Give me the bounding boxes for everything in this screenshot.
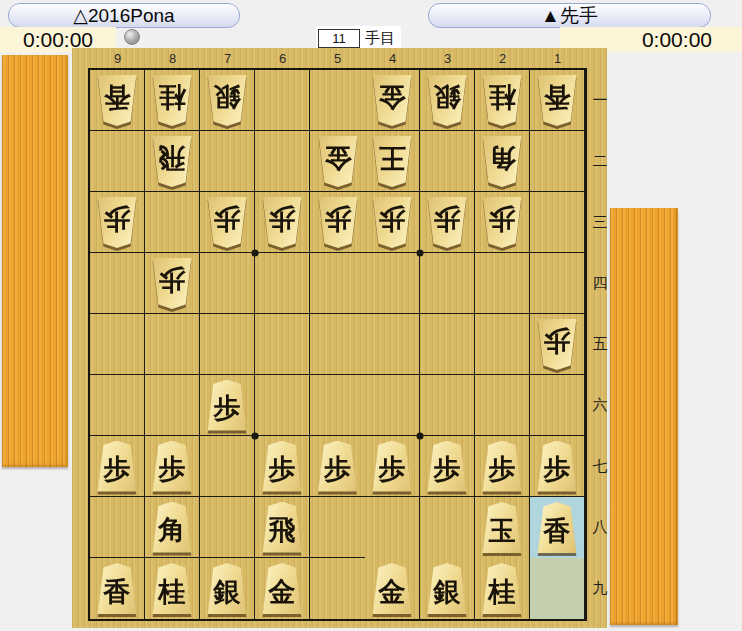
file-label-5: 5 xyxy=(310,51,365,66)
square-8-9[interactable]: 桂 xyxy=(145,558,200,619)
piece-body: 香 xyxy=(535,502,579,553)
piece-kanji: 歩 xyxy=(214,205,241,232)
piece-body: 角 xyxy=(150,502,194,553)
piece-body: 歩 xyxy=(205,197,249,248)
square-9-3[interactable]: 歩 xyxy=(90,192,145,253)
gote-piece-銀[interactable]: 銀 xyxy=(425,75,469,126)
move-counter-bar: 11 手目 xyxy=(316,26,401,50)
square-4-8[interactable] xyxy=(365,497,420,558)
piece-kanji: 桂 xyxy=(159,83,186,110)
square-4-4[interactable] xyxy=(365,253,420,314)
piece-kanji: 歩 xyxy=(269,456,296,483)
piece-body: 歩 xyxy=(260,441,304,492)
piece-body: 金 xyxy=(370,563,414,614)
square-7-7[interactable] xyxy=(200,436,255,497)
piece-body: 歩 xyxy=(480,441,524,492)
piece-body: 歩 xyxy=(480,197,524,248)
piece-kanji: 飛 xyxy=(159,144,186,171)
piece-kanji: 歩 xyxy=(434,456,461,483)
square-1-5[interactable]: 歩 xyxy=(530,314,585,375)
piece-body: 歩 xyxy=(425,197,469,248)
square-5-7[interactable]: 歩 xyxy=(310,436,365,497)
sente-piece-歩[interactable]: 歩 xyxy=(150,441,194,492)
piece-body: 歩 xyxy=(316,441,360,492)
piece-kanji: 歩 xyxy=(489,205,516,232)
square-3-6[interactable] xyxy=(420,375,475,436)
rank-label-4: 四 xyxy=(591,253,609,314)
sente-player-name: ▲先手 xyxy=(541,3,598,29)
rank-label-6: 六 xyxy=(591,375,609,436)
square-5-5[interactable] xyxy=(310,314,365,375)
square-2-9[interactable]: 桂 xyxy=(475,558,530,619)
piece-kanji: 歩 xyxy=(104,456,131,483)
square-4-1[interactable]: 金 xyxy=(365,70,420,131)
piece-kanji: 香 xyxy=(544,83,571,110)
square-3-4[interactable] xyxy=(420,253,475,314)
piece-kanji: 香 xyxy=(104,579,131,606)
gote-piece-歩[interactable]: 歩 xyxy=(205,197,249,248)
square-4-2[interactable]: 王 xyxy=(365,131,420,192)
square-9-9[interactable]: 香 xyxy=(90,558,145,619)
square-8-3[interactable] xyxy=(145,192,200,253)
square-6-2[interactable] xyxy=(255,131,310,192)
file-label-2: 2 xyxy=(475,51,530,66)
square-2-4[interactable] xyxy=(475,253,530,314)
piece-kanji: 歩 xyxy=(379,456,406,483)
square-1-7[interactable]: 歩 xyxy=(530,436,585,497)
piece-body: 歩 xyxy=(316,197,360,248)
gote-piece-香[interactable]: 香 xyxy=(535,75,579,126)
square-2-2[interactable]: 角 xyxy=(475,131,530,192)
piece-kanji: 歩 xyxy=(434,205,461,232)
piece-body: 桂 xyxy=(150,75,194,126)
square-3-1[interactable]: 銀 xyxy=(420,70,475,131)
piece-body: 銀 xyxy=(425,563,469,614)
rank-label-1: 一 xyxy=(591,70,609,131)
piece-kanji: 歩 xyxy=(159,266,186,293)
piece-body: 桂 xyxy=(150,563,194,614)
sente-piece-金[interactable]: 金 xyxy=(370,563,414,614)
piece-kanji: 歩 xyxy=(324,456,351,483)
piece-kanji: 歩 xyxy=(544,456,571,483)
gote-piece-角[interactable]: 角 xyxy=(480,136,524,187)
sente-piece-歩[interactable]: 歩 xyxy=(260,441,304,492)
rank-label-3: 三 xyxy=(591,192,609,253)
square-3-7[interactable]: 歩 xyxy=(420,436,475,497)
sente-piece-香[interactable]: 香 xyxy=(95,563,139,614)
piece-kanji: 金 xyxy=(269,579,296,606)
piece-kanji: 歩 xyxy=(544,327,571,354)
square-4-6[interactable] xyxy=(365,375,420,436)
sente-player-nameplate: ▲先手 xyxy=(428,3,711,28)
square-3-3[interactable]: 歩 xyxy=(420,192,475,253)
square-6-6[interactable] xyxy=(255,375,310,436)
gote-piece-歩[interactable]: 歩 xyxy=(260,197,304,248)
gote-piece-歩[interactable]: 歩 xyxy=(150,258,194,309)
move-counter-label: 手目 xyxy=(365,29,395,48)
sente-piece-桂[interactable]: 桂 xyxy=(480,563,524,614)
piece-kanji: 金 xyxy=(379,83,406,110)
piece-body: 王 xyxy=(370,136,414,187)
file-labels: 987654321 xyxy=(88,51,589,66)
piece-body: 歩 xyxy=(535,441,579,492)
square-8-4[interactable]: 歩 xyxy=(145,253,200,314)
piece-body: 歩 xyxy=(205,380,249,431)
square-6-3[interactable]: 歩 xyxy=(255,192,310,253)
file-label-7: 7 xyxy=(200,51,255,66)
square-9-6[interactable] xyxy=(90,375,145,436)
square-7-8[interactable] xyxy=(200,497,255,558)
square-4-7[interactable]: 歩 xyxy=(365,436,420,497)
square-1-1[interactable]: 香 xyxy=(530,70,585,131)
square-7-5[interactable] xyxy=(200,314,255,375)
sente-piece-飛[interactable]: 飛 xyxy=(260,502,304,553)
piece-body: 香 xyxy=(95,563,139,614)
square-9-1[interactable]: 香 xyxy=(90,70,145,131)
sente-piece-玉[interactable]: 玉 xyxy=(480,502,524,553)
gote-piece-銀[interactable]: 銀 xyxy=(205,75,249,126)
sente-piece-歩[interactable]: 歩 xyxy=(535,441,579,492)
square-7-3[interactable]: 歩 xyxy=(200,192,255,253)
file-label-8: 8 xyxy=(145,51,200,66)
piece-body: 歩 xyxy=(150,258,194,309)
piece-body: 歩 xyxy=(425,441,469,492)
square-6-8[interactable]: 飛 xyxy=(255,497,310,558)
square-3-2[interactable] xyxy=(420,131,475,192)
square-7-9[interactable]: 銀 xyxy=(200,558,255,619)
piece-body: 飛 xyxy=(150,136,194,187)
piece-kanji: 角 xyxy=(159,517,186,544)
piece-body: 香 xyxy=(95,75,139,126)
gote-piece-王[interactable]: 王 xyxy=(370,136,414,187)
square-9-4[interactable] xyxy=(90,253,145,314)
square-3-9[interactable]: 銀 xyxy=(420,558,475,619)
sente-piece-歩[interactable]: 歩 xyxy=(425,441,469,492)
file-label-4: 4 xyxy=(365,51,420,66)
gote-piece-歩[interactable]: 歩 xyxy=(95,197,139,248)
gote-piece-桂[interactable]: 桂 xyxy=(150,75,194,126)
piece-kanji: 飛 xyxy=(269,517,296,544)
square-4-9[interactable]: 金 xyxy=(365,558,420,619)
piece-body: 桂 xyxy=(480,75,524,126)
piece-body: 銀 xyxy=(425,75,469,126)
piece-kanji: 銀 xyxy=(434,579,461,606)
gote-piece-歩[interactable]: 歩 xyxy=(370,197,414,248)
piece-body: 銀 xyxy=(205,563,249,614)
move-number-field[interactable]: 11 xyxy=(318,29,360,48)
square-4-3[interactable]: 歩 xyxy=(365,192,420,253)
square-8-7[interactable]: 歩 xyxy=(145,436,200,497)
piece-kanji: 香 xyxy=(104,83,131,110)
square-5-2[interactable]: 金 xyxy=(310,131,365,192)
gote-piece-金[interactable]: 金 xyxy=(370,75,414,126)
square-2-1[interactable]: 桂 xyxy=(475,70,530,131)
square-8-2[interactable]: 飛 xyxy=(145,131,200,192)
square-1-4[interactable] xyxy=(530,253,585,314)
square-5-3[interactable]: 歩 xyxy=(310,192,365,253)
file-label-1: 1 xyxy=(530,51,585,66)
sente-piece-歩[interactable]: 歩 xyxy=(480,441,524,492)
piece-kanji: 歩 xyxy=(214,395,241,422)
square-3-8[interactable] xyxy=(420,497,475,558)
piece-kanji: 銀 xyxy=(214,579,241,606)
sente-captured-pieces-tray[interactable] xyxy=(610,208,678,625)
sente-piece-銀[interactable]: 銀 xyxy=(205,563,249,614)
piece-body: 桂 xyxy=(480,563,524,614)
sente-clock-value: 0:00:00 xyxy=(642,28,712,52)
sente-piece-歩[interactable]: 歩 xyxy=(370,441,414,492)
gote-piece-歩[interactable]: 歩 xyxy=(425,197,469,248)
square-8-8[interactable]: 角 xyxy=(145,497,200,558)
rank-label-9: 九 xyxy=(591,558,609,619)
status-led-icon xyxy=(124,29,140,45)
piece-kanji: 歩 xyxy=(379,205,406,232)
square-2-8[interactable]: 玉 xyxy=(475,497,530,558)
piece-kanji: 銀 xyxy=(434,83,461,110)
square-9-7[interactable]: 歩 xyxy=(90,436,145,497)
square-2-7[interactable]: 歩 xyxy=(475,436,530,497)
piece-kanji: 銀 xyxy=(214,83,241,110)
rank-label-8: 八 xyxy=(591,497,609,558)
gote-player-nameplate: △2016Pona xyxy=(8,3,240,28)
square-1-8[interactable]: 香 xyxy=(530,497,585,558)
board: 987654321 香桂銀金銀桂香飛金王角歩歩歩歩歩歩歩歩歩歩歩歩歩歩歩歩歩歩角… xyxy=(72,48,607,628)
gote-piece-桂[interactable]: 桂 xyxy=(480,75,524,126)
gote-piece-歩[interactable]: 歩 xyxy=(316,197,360,248)
square-4-5[interactable] xyxy=(365,314,420,375)
piece-kanji: 歩 xyxy=(324,205,351,232)
square-7-2[interactable] xyxy=(200,131,255,192)
square-5-4[interactable] xyxy=(310,253,365,314)
piece-kanji: 香 xyxy=(544,518,571,545)
square-2-3[interactable]: 歩 xyxy=(475,192,530,253)
square-9-8[interactable] xyxy=(90,497,145,558)
piece-body: 歩 xyxy=(260,197,304,248)
rank-label-5: 五 xyxy=(591,314,609,375)
shogi-app-window: △2016Pona ▲先手 0:00:00 11 手目 0:00:00 9876… xyxy=(0,0,742,631)
square-6-4[interactable] xyxy=(255,253,310,314)
piece-kanji: 桂 xyxy=(159,579,186,606)
piece-kanji: 歩 xyxy=(159,456,186,483)
board-grid: 香桂銀金銀桂香飛金王角歩歩歩歩歩歩歩歩歩歩歩歩歩歩歩歩歩歩角飛玉香香桂銀金金銀桂 xyxy=(88,68,587,621)
piece-body: 飛 xyxy=(260,502,304,553)
rank-label-7: 七 xyxy=(591,436,609,497)
piece-kanji: 桂 xyxy=(489,83,516,110)
piece-kanji: 金 xyxy=(324,144,351,171)
piece-kanji: 歩 xyxy=(269,205,296,232)
sente-piece-金[interactable]: 金 xyxy=(260,563,304,614)
square-8-5[interactable] xyxy=(145,314,200,375)
piece-body: 歩 xyxy=(370,441,414,492)
square-6-7[interactable]: 歩 xyxy=(255,436,310,497)
sente-piece-銀[interactable]: 銀 xyxy=(425,563,469,614)
square-6-1[interactable] xyxy=(255,70,310,131)
piece-kanji: 角 xyxy=(489,144,516,171)
square-2-5[interactable] xyxy=(475,314,530,375)
piece-body: 金 xyxy=(260,563,304,614)
sente-piece-歩[interactable]: 歩 xyxy=(95,441,139,492)
file-label-9: 9 xyxy=(90,51,145,66)
piece-kanji: 桂 xyxy=(489,579,516,606)
piece-body: 銀 xyxy=(205,75,249,126)
piece-kanji: 玉 xyxy=(489,518,516,545)
square-1-6[interactable] xyxy=(530,375,585,436)
square-7-1[interactable]: 銀 xyxy=(200,70,255,131)
square-9-5[interactable] xyxy=(90,314,145,375)
file-label-6: 6 xyxy=(255,51,310,66)
piece-kanji: 歩 xyxy=(489,456,516,483)
sente-piece-角[interactable]: 角 xyxy=(150,502,194,553)
rank-labels: 一二三四五六七八九 xyxy=(591,70,609,619)
rank-label-2: 二 xyxy=(591,131,609,192)
gote-player-name: △2016Pona xyxy=(73,4,174,27)
piece-body: 金 xyxy=(370,75,414,126)
piece-body: 歩 xyxy=(150,441,194,492)
sente-piece-歩[interactable]: 歩 xyxy=(205,380,249,431)
piece-body: 歩 xyxy=(370,197,414,248)
square-6-5[interactable] xyxy=(255,314,310,375)
gote-piece-飛[interactable]: 飛 xyxy=(150,136,194,187)
square-1-2[interactable] xyxy=(530,131,585,192)
sente-piece-香[interactable]: 香 xyxy=(535,502,579,553)
sente-piece-歩[interactable]: 歩 xyxy=(316,441,360,492)
square-8-1[interactable]: 桂 xyxy=(145,70,200,131)
piece-kanji: 金 xyxy=(379,579,406,606)
square-7-4[interactable] xyxy=(200,253,255,314)
sente-piece-桂[interactable]: 桂 xyxy=(150,563,194,614)
square-5-8[interactable] xyxy=(310,497,365,558)
square-1-3[interactable] xyxy=(530,192,585,253)
square-9-2[interactable] xyxy=(90,131,145,192)
gote-captured-pieces-tray[interactable] xyxy=(2,55,68,467)
gote-piece-香[interactable]: 香 xyxy=(95,75,139,126)
square-1-9[interactable] xyxy=(530,558,585,619)
piece-kanji: 歩 xyxy=(104,205,131,232)
piece-body: 金 xyxy=(316,136,360,187)
square-5-9[interactable] xyxy=(310,558,365,619)
piece-body: 歩 xyxy=(95,197,139,248)
square-5-1[interactable] xyxy=(310,70,365,131)
piece-body: 玉 xyxy=(480,502,524,553)
piece-kanji: 王 xyxy=(379,144,406,171)
gote-piece-歩[interactable]: 歩 xyxy=(480,197,524,248)
piece-body: 歩 xyxy=(95,441,139,492)
gote-piece-歩[interactable]: 歩 xyxy=(535,319,579,370)
square-2-6[interactable] xyxy=(475,375,530,436)
square-7-6[interactable]: 歩 xyxy=(200,375,255,436)
piece-body: 歩 xyxy=(535,319,579,370)
square-8-6[interactable] xyxy=(145,375,200,436)
piece-body: 香 xyxy=(535,75,579,126)
gote-piece-金[interactable]: 金 xyxy=(316,136,360,187)
square-3-5[interactable] xyxy=(420,314,475,375)
piece-body: 角 xyxy=(480,136,524,187)
file-label-3: 3 xyxy=(420,51,475,66)
square-6-9[interactable]: 金 xyxy=(255,558,310,619)
square-5-6[interactable] xyxy=(310,375,365,436)
